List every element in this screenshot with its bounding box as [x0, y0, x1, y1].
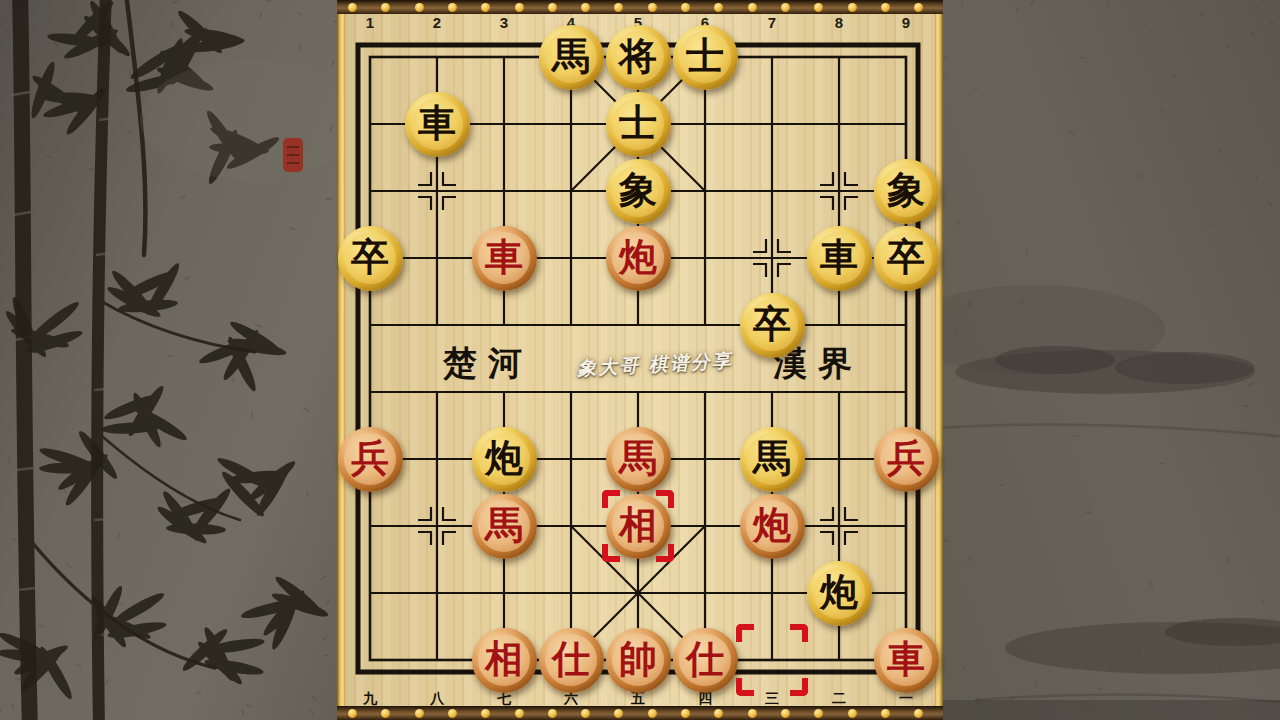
- piece-red-兵[interactable]: 兵: [874, 427, 939, 492]
- bracket-corner: [736, 624, 754, 642]
- piece-black-馬[interactable]: 馬: [539, 25, 604, 90]
- river-label-left: 楚河: [443, 341, 533, 387]
- gold-stud: [581, 3, 590, 12]
- gold-stud: [881, 709, 890, 718]
- gold-stud: [481, 3, 490, 12]
- gold-stud: [848, 3, 857, 12]
- piece-red-炮[interactable]: 炮: [606, 226, 671, 291]
- gold-stud: [481, 709, 490, 718]
- piece-red-仕[interactable]: 仕: [539, 628, 604, 693]
- bracket-corner: [790, 624, 808, 642]
- gold-stud: [548, 3, 557, 12]
- piece-black-馬[interactable]: 馬: [740, 427, 805, 492]
- piece-red-車[interactable]: 車: [874, 628, 939, 693]
- piece-black-車[interactable]: 車: [405, 92, 470, 157]
- piece-character: 炮: [740, 506, 805, 544]
- piece-character: 兵: [338, 439, 403, 477]
- piece-character: 卒: [874, 238, 939, 276]
- piece-red-相[interactable]: 相: [472, 628, 537, 693]
- piece-character: 士: [606, 104, 671, 142]
- screen: 123456789 九八七六五四三二一 楚河 漢界 象大哥 棋谱分享 馬将士車士…: [0, 0, 1280, 720]
- gold-stud: [714, 709, 723, 718]
- piece-character: 将: [606, 37, 671, 75]
- piece-character: 馬: [606, 439, 671, 477]
- xiangqi-board: 123456789 九八七六五四三二一 楚河 漢界 象大哥 棋谱分享 馬将士車士…: [337, 0, 943, 720]
- piece-character: 炮: [472, 439, 537, 477]
- board-top-rail: [337, 0, 943, 14]
- highlight-moved-to: [602, 490, 674, 562]
- piece-character: 馬: [472, 506, 537, 544]
- piece-character: 卒: [740, 305, 805, 343]
- file-number-top-2: 2: [424, 14, 450, 31]
- piece-character: 卒: [338, 238, 403, 276]
- file-number-top-3: 3: [491, 14, 517, 31]
- piece-black-卒[interactable]: 卒: [874, 226, 939, 291]
- highlight-moved-from: [736, 624, 808, 696]
- gold-stud: [648, 3, 657, 12]
- gold-stud: [381, 709, 390, 718]
- bracket-corner: [790, 678, 808, 696]
- bracket-corner: [656, 544, 674, 562]
- piece-character: 仕: [539, 640, 604, 678]
- board-bottom-rail: [337, 706, 943, 720]
- piece-character: 帥: [606, 640, 671, 678]
- gold-stud: [581, 709, 590, 718]
- piece-black-象[interactable]: 象: [606, 159, 671, 224]
- gold-stud: [648, 709, 657, 718]
- file-number-top-8: 8: [826, 14, 852, 31]
- gold-stud: [415, 3, 424, 12]
- file-number-top-1: 1: [357, 14, 383, 31]
- piece-character: 兵: [874, 439, 939, 477]
- bracket-corner: [602, 490, 620, 508]
- piece-character: 車: [405, 104, 470, 142]
- bracket-corner: [602, 544, 620, 562]
- piece-character: 象: [874, 171, 939, 209]
- piece-character: 相: [472, 640, 537, 678]
- piece-red-馬[interactable]: 馬: [606, 427, 671, 492]
- piece-black-士[interactable]: 士: [673, 25, 738, 90]
- piece-red-馬[interactable]: 馬: [472, 494, 537, 559]
- piece-red-兵[interactable]: 兵: [338, 427, 403, 492]
- piece-character: 車: [874, 640, 939, 678]
- piece-black-象[interactable]: 象: [874, 159, 939, 224]
- piece-red-仕[interactable]: 仕: [673, 628, 738, 693]
- bracket-corner: [656, 490, 674, 508]
- piece-black-将[interactable]: 将: [606, 25, 671, 90]
- piece-character: 士: [673, 37, 738, 75]
- gold-stud: [714, 3, 723, 12]
- gold-stud: [781, 709, 790, 718]
- piece-black-炮[interactable]: 炮: [472, 427, 537, 492]
- piece-character: 炮: [807, 573, 872, 611]
- file-number-top-9: 9: [893, 14, 919, 31]
- bamboo-painting: [0, 0, 345, 720]
- gold-stud: [814, 709, 823, 718]
- gold-stud: [914, 3, 923, 12]
- gold-stud: [548, 709, 557, 718]
- gold-stud: [614, 3, 623, 12]
- piece-character: 車: [807, 238, 872, 276]
- gold-stud: [415, 709, 424, 718]
- piece-red-炮[interactable]: 炮: [740, 494, 805, 559]
- gold-stud: [914, 709, 923, 718]
- gold-stud: [848, 709, 857, 718]
- file-number-top-7: 7: [759, 14, 785, 31]
- gold-stud: [748, 3, 757, 12]
- gold-stud: [381, 3, 390, 12]
- piece-character: 仕: [673, 640, 738, 678]
- gold-stud: [348, 709, 357, 718]
- gold-stud: [781, 3, 790, 12]
- gold-stud: [681, 709, 690, 718]
- landscape-painting: [935, 0, 1280, 720]
- piece-black-卒[interactable]: 卒: [338, 226, 403, 291]
- piece-character: 炮: [606, 238, 671, 276]
- gold-stud: [515, 3, 524, 12]
- gold-stud: [681, 3, 690, 12]
- gold-stud: [348, 3, 357, 12]
- gold-stud: [448, 709, 457, 718]
- piece-black-士[interactable]: 士: [606, 92, 671, 157]
- gold-stud: [448, 3, 457, 12]
- piece-character: 馬: [539, 37, 604, 75]
- gold-stud: [515, 709, 524, 718]
- piece-character: 車: [472, 238, 537, 276]
- piece-character: 象: [606, 171, 671, 209]
- gold-stud: [614, 709, 623, 718]
- bracket-corner: [736, 678, 754, 696]
- background-landscape-art: [935, 0, 1280, 720]
- piece-black-車[interactable]: 車: [807, 226, 872, 291]
- piece-black-卒[interactable]: 卒: [740, 293, 805, 358]
- piece-black-炮[interactable]: 炮: [807, 561, 872, 626]
- gold-stud: [748, 709, 757, 718]
- gold-stud: [881, 3, 890, 12]
- piece-character: 馬: [740, 439, 805, 477]
- background-bamboo-art: [0, 0, 345, 720]
- gold-stud: [814, 3, 823, 12]
- piece-red-帥[interactable]: 帥: [606, 628, 671, 693]
- piece-red-車[interactable]: 車: [472, 226, 537, 291]
